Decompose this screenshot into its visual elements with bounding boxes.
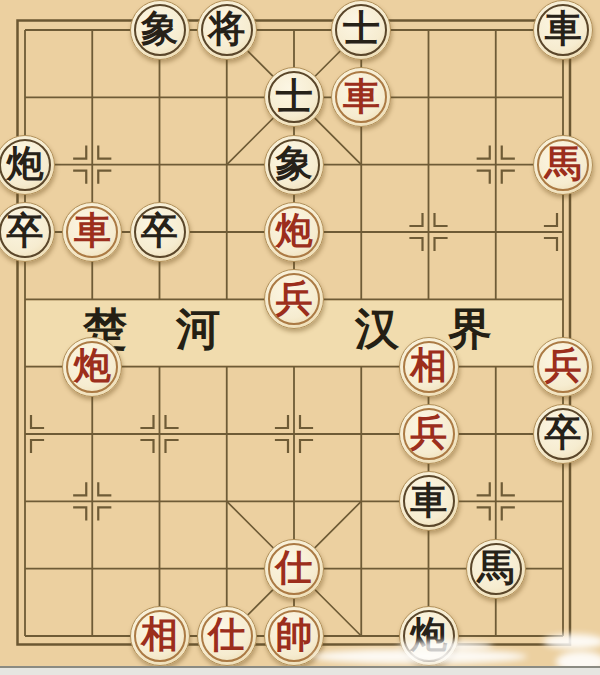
piece-glyph: 馬: [477, 549, 514, 586]
piece-red-advisor[interactable]: 仕: [264, 539, 324, 599]
piece-black-soldier[interactable]: 卒: [533, 404, 593, 464]
piece-red-elephant[interactable]: 相: [130, 606, 190, 666]
piece-glyph: 将: [208, 10, 245, 47]
piece-black-advisor[interactable]: 士: [264, 67, 324, 127]
piece-glyph: 兵: [410, 414, 447, 451]
piece-glyph: 相: [141, 616, 178, 653]
piece-red-chariot[interactable]: 車: [62, 202, 122, 262]
window-bottom-strip: [0, 666, 600, 675]
piece-red-soldier[interactable]: 兵: [399, 404, 459, 464]
piece-glyph: 卒: [545, 414, 582, 451]
piece-red-advisor[interactable]: 仕: [197, 606, 257, 666]
piece-black-chariot[interactable]: 車: [533, 0, 593, 60]
piece-glyph: 炮: [7, 145, 44, 182]
piece-glyph: 士: [276, 78, 313, 115]
piece-glyph: 車: [74, 212, 111, 249]
piece-black-advisor[interactable]: 士: [331, 0, 391, 60]
piece-red-soldier[interactable]: 兵: [533, 337, 593, 397]
piece-glyph: 士: [343, 10, 380, 47]
piece-glyph: 馬: [545, 145, 582, 182]
piece-glyph: 兵: [276, 280, 313, 317]
piece-black-horse[interactable]: 馬: [466, 539, 526, 599]
piece-glyph: 仕: [208, 616, 245, 653]
piece-glyph: 仕: [276, 549, 313, 586]
piece-glyph: 車: [343, 78, 380, 115]
piece-black-elephant[interactable]: 象: [264, 135, 324, 195]
piece-glyph: 炮: [276, 212, 313, 249]
xiangqi-app: { "game": "xiangqi", "position": "2bk1a2…: [0, 0, 600, 675]
piece-red-elephant[interactable]: 相: [399, 337, 459, 397]
piece-glyph: 車: [545, 10, 582, 47]
piece-glyph: 相: [410, 347, 447, 384]
watermark-smudge: [543, 634, 600, 649]
piece-glyph: 車: [410, 482, 447, 519]
board: 象将士車士車炮象馬卒車卒炮兵炮相兵兵卒車仕馬相仕帥炮: [0, 0, 597, 670]
piece-black-elephant[interactable]: 象: [130, 0, 190, 60]
piece-glyph: 卒: [7, 212, 44, 249]
piece-glyph: 兵: [545, 347, 582, 384]
piece-red-horse[interactable]: 馬: [533, 135, 593, 195]
watermark-smudge: [312, 649, 527, 664]
piece-black-chariot[interactable]: 車: [399, 471, 459, 531]
piece-glyph: 象: [276, 145, 313, 182]
piece-red-soldier[interactable]: 兵: [264, 269, 324, 329]
piece-glyph: 象: [141, 10, 178, 47]
piece-black-soldier[interactable]: 卒: [130, 202, 190, 262]
piece-black-general[interactable]: 将: [197, 0, 257, 60]
watermark-smudge: [398, 641, 493, 651]
piece-red-cannon[interactable]: 炮: [264, 202, 324, 262]
piece-red-cannon[interactable]: 炮: [62, 337, 122, 397]
piece-black-cannon[interactable]: 炮: [0, 135, 55, 195]
piece-red-chariot[interactable]: 車: [331, 67, 391, 127]
piece-glyph: 卒: [141, 212, 178, 249]
piece-glyph: 帥: [276, 616, 313, 653]
piece-black-soldier[interactable]: 卒: [0, 202, 55, 262]
piece-glyph: 炮: [74, 347, 111, 384]
